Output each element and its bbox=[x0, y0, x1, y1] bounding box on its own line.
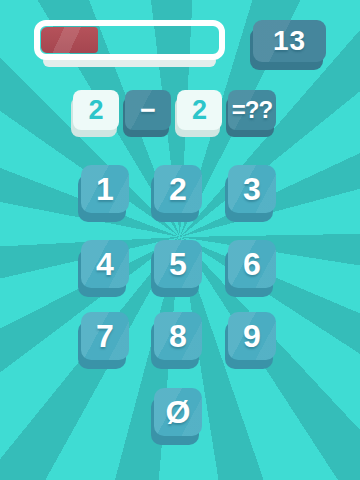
key-1[interactable]: 1 bbox=[81, 165, 129, 213]
key-0[interactable]: Ø bbox=[154, 388, 202, 436]
key-5[interactable]: 5 bbox=[154, 240, 202, 288]
key-7[interactable]: 7 bbox=[81, 312, 129, 360]
key-9[interactable]: 9 bbox=[228, 312, 276, 360]
equation-result: =?? bbox=[228, 90, 276, 130]
equation-operand-2: 2 bbox=[177, 90, 222, 130]
key-3[interactable]: 3 bbox=[228, 165, 276, 213]
timer-progress-bar bbox=[34, 20, 225, 60]
key-6[interactable]: 6 bbox=[228, 240, 276, 288]
game-screen: 13 2 − 2 =?? 1 2 3 4 5 6 7 8 9 Ø bbox=[0, 0, 360, 480]
key-2[interactable]: 2 bbox=[154, 165, 202, 213]
counter-badge: 13 bbox=[253, 20, 326, 62]
equation-operator: − bbox=[125, 90, 171, 130]
key-8[interactable]: 8 bbox=[154, 312, 202, 360]
equation-operand-1: 2 bbox=[73, 90, 119, 130]
timer-progress-fill bbox=[41, 27, 98, 53]
key-4[interactable]: 4 bbox=[81, 240, 129, 288]
